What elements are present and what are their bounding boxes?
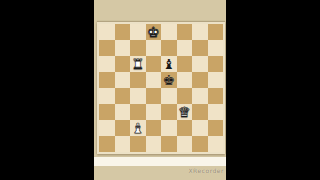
square-b7[interactable] (115, 40, 131, 56)
square-f1[interactable] (177, 136, 193, 152)
square-h6[interactable] (208, 56, 224, 72)
square-c8[interactable] (130, 24, 146, 40)
square-e4[interactable] (161, 88, 177, 104)
square-e2[interactable] (161, 120, 177, 136)
square-b4[interactable] (115, 88, 131, 104)
square-c4[interactable] (130, 88, 146, 104)
square-c7[interactable] (130, 40, 146, 56)
square-g2[interactable] (192, 120, 208, 136)
square-g4[interactable] (192, 88, 208, 104)
square-d8[interactable]: ♚ (146, 24, 162, 40)
square-a8[interactable] (99, 24, 115, 40)
square-a1[interactable] (99, 136, 115, 152)
square-a7[interactable] (99, 40, 115, 56)
square-a5[interactable] (99, 72, 115, 88)
square-e3[interactable] (161, 104, 177, 120)
square-d3[interactable] (146, 104, 162, 120)
chess-board: ♚♜♝♚♛♝ (99, 24, 223, 152)
square-d7[interactable] (146, 40, 162, 56)
chess-board-frame: ♚♜♝♚♛♝ (97, 22, 225, 154)
square-d4[interactable] (146, 88, 162, 104)
square-h4[interactable] (208, 88, 224, 104)
square-g1[interactable] (192, 136, 208, 152)
square-g7[interactable] (192, 40, 208, 56)
white-queen-f3: ♛ (178, 105, 191, 119)
square-a4[interactable] (99, 88, 115, 104)
square-b6[interactable] (115, 56, 131, 72)
square-b8[interactable] (115, 24, 131, 40)
square-f5[interactable] (177, 72, 193, 88)
square-b5[interactable] (115, 72, 131, 88)
square-h8[interactable] (208, 24, 224, 40)
square-h7[interactable] (208, 40, 224, 56)
square-b2[interactable] (115, 120, 131, 136)
recorder-watermark: XRecorder (189, 167, 225, 174)
black-king-e5: ♚ (162, 73, 175, 87)
square-e8[interactable] (161, 24, 177, 40)
video-frame: ♚♜♝♚♛♝ XRecorder (0, 0, 320, 180)
white-king-d8: ♚ (147, 25, 160, 39)
square-c5[interactable] (130, 72, 146, 88)
square-e5[interactable]: ♚ (161, 72, 177, 88)
square-d6[interactable] (146, 56, 162, 72)
square-a6[interactable] (99, 56, 115, 72)
square-b1[interactable] (115, 136, 131, 152)
square-g8[interactable] (192, 24, 208, 40)
square-e7[interactable] (161, 40, 177, 56)
black-bishop-e6: ♝ (162, 57, 175, 71)
square-d1[interactable] (146, 136, 162, 152)
square-g6[interactable] (192, 56, 208, 72)
board-bottom-strip (94, 156, 226, 166)
square-f2[interactable] (177, 120, 193, 136)
square-d5[interactable] (146, 72, 162, 88)
video-content-area: ♚♜♝♚♛♝ XRecorder (94, 0, 226, 180)
square-c6[interactable]: ♜ (130, 56, 146, 72)
square-c1[interactable] (130, 136, 146, 152)
white-rook-c6: ♜ (131, 57, 144, 71)
white-bishop-c2: ♝ (131, 121, 144, 135)
square-g5[interactable] (192, 72, 208, 88)
square-f8[interactable] (177, 24, 193, 40)
square-e6[interactable]: ♝ (161, 56, 177, 72)
square-f7[interactable] (177, 40, 193, 56)
square-c3[interactable] (130, 104, 146, 120)
square-a3[interactable] (99, 104, 115, 120)
square-a2[interactable] (99, 120, 115, 136)
square-d2[interactable] (146, 120, 162, 136)
square-h3[interactable] (208, 104, 224, 120)
square-f6[interactable] (177, 56, 193, 72)
square-h1[interactable] (208, 136, 224, 152)
square-f4[interactable] (177, 88, 193, 104)
square-f3[interactable]: ♛ (177, 104, 193, 120)
square-h5[interactable] (208, 72, 224, 88)
square-b3[interactable] (115, 104, 131, 120)
square-g3[interactable] (192, 104, 208, 120)
square-h2[interactable] (208, 120, 224, 136)
square-c2[interactable]: ♝ (130, 120, 146, 136)
square-e1[interactable] (161, 136, 177, 152)
